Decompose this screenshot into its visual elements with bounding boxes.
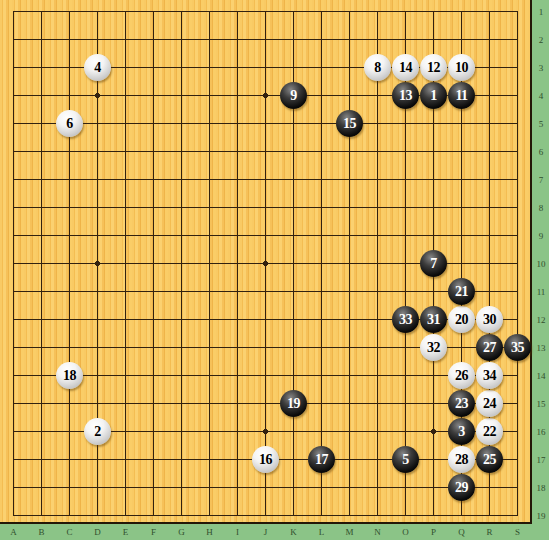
move-number: 22 (483, 425, 496, 439)
column-label-K: K (290, 527, 297, 537)
move-number: 3 (458, 425, 465, 439)
column-label-H: H (206, 527, 213, 537)
stone-white-6[interactable]: 6 (56, 110, 83, 137)
stone-white-12[interactable]: 12 (420, 54, 447, 81)
stone-white-16[interactable]: 16 (252, 446, 279, 473)
go-diagram: 1234567891011121314151617181920212223242… (0, 0, 549, 540)
stone-black-21[interactable]: 21 (448, 278, 475, 305)
stone-black-25[interactable]: 25 (476, 446, 503, 473)
stone-black-15[interactable]: 15 (336, 110, 363, 137)
move-number: 10 (455, 61, 468, 75)
move-number: 19 (287, 397, 300, 411)
move-number: 13 (399, 89, 412, 103)
stone-black-35[interactable]: 35 (504, 334, 531, 361)
row-label-18: 18 (533, 483, 549, 493)
move-number: 5 (402, 453, 409, 467)
stone-white-4[interactable]: 4 (84, 54, 111, 81)
stone-black-19[interactable]: 19 (280, 390, 307, 417)
star-point (95, 261, 100, 266)
row-label-3: 3 (533, 63, 549, 73)
row-label-16: 16 (533, 427, 549, 437)
stone-white-32[interactable]: 32 (420, 334, 447, 361)
column-label-E: E (123, 527, 129, 537)
move-number: 4 (94, 61, 101, 75)
move-number: 8 (374, 61, 381, 75)
column-label-J: J (264, 527, 268, 537)
move-number: 21 (455, 285, 468, 299)
row-label-15: 15 (533, 399, 549, 409)
stone-white-8[interactable]: 8 (364, 54, 391, 81)
stone-white-10[interactable]: 10 (448, 54, 475, 81)
column-label-O: O (402, 527, 409, 537)
move-number: 12 (427, 61, 440, 75)
column-label-D: D (94, 527, 101, 537)
move-number: 27 (483, 341, 496, 355)
stone-black-27[interactable]: 27 (476, 334, 503, 361)
move-number: 11 (455, 89, 467, 103)
row-label-11: 11 (533, 287, 549, 297)
column-label-Q: Q (458, 527, 465, 537)
column-label-A: A (10, 527, 17, 537)
column-label-B: B (38, 527, 44, 537)
stone-black-23[interactable]: 23 (448, 390, 475, 417)
stone-white-30[interactable]: 30 (476, 306, 503, 333)
move-number: 18 (63, 369, 76, 383)
row-label-2: 2 (533, 35, 549, 45)
move-number: 23 (455, 397, 468, 411)
stone-black-3[interactable]: 3 (448, 418, 475, 445)
row-label-4: 4 (533, 91, 549, 101)
row-label-5: 5 (533, 119, 549, 129)
stone-black-1[interactable]: 1 (420, 82, 447, 109)
column-label-I: I (236, 527, 239, 537)
column-label-C: C (66, 527, 72, 537)
move-number: 1 (430, 89, 437, 103)
row-label-6: 6 (533, 147, 549, 157)
star-point (263, 261, 268, 266)
stone-black-5[interactable]: 5 (392, 446, 419, 473)
move-number: 17 (315, 453, 328, 467)
stone-white-26[interactable]: 26 (448, 362, 475, 389)
column-label-S: S (515, 527, 520, 537)
column-label-N: N (374, 527, 381, 537)
column-label-R: R (486, 527, 492, 537)
column-label-M: M (345, 527, 353, 537)
column-label-F: F (151, 527, 156, 537)
move-number: 28 (455, 453, 468, 467)
star-point (263, 429, 268, 434)
stone-black-17[interactable]: 17 (308, 446, 335, 473)
row-label-9: 9 (533, 231, 549, 241)
star-point (263, 93, 268, 98)
star-point (431, 429, 436, 434)
row-label-13: 13 (533, 343, 549, 353)
stone-white-22[interactable]: 22 (476, 418, 503, 445)
move-number: 30 (483, 313, 496, 327)
stone-black-11[interactable]: 11 (448, 82, 475, 109)
stone-white-34[interactable]: 34 (476, 362, 503, 389)
move-number: 24 (483, 397, 496, 411)
row-label-8: 8 (533, 203, 549, 213)
move-number: 32 (427, 341, 440, 355)
move-number: 7 (430, 257, 437, 271)
stone-white-20[interactable]: 20 (448, 306, 475, 333)
row-label-10: 10 (533, 259, 549, 269)
move-number: 20 (455, 313, 468, 327)
move-number: 16 (259, 453, 272, 467)
star-point (95, 93, 100, 98)
column-label-P: P (431, 527, 436, 537)
stone-black-9[interactable]: 9 (280, 82, 307, 109)
move-number: 34 (483, 369, 496, 383)
move-number: 35 (511, 341, 524, 355)
column-label-G: G (178, 527, 185, 537)
row-label-14: 14 (533, 371, 549, 381)
stone-white-18[interactable]: 18 (56, 362, 83, 389)
stone-white-28[interactable]: 28 (448, 446, 475, 473)
move-number: 14 (399, 61, 412, 75)
stone-white-24[interactable]: 24 (476, 390, 503, 417)
row-label-7: 7 (533, 175, 549, 185)
move-number: 15 (343, 117, 356, 131)
stone-black-29[interactable]: 29 (448, 474, 475, 501)
stone-black-31[interactable]: 31 (420, 306, 447, 333)
row-label-17: 17 (533, 455, 549, 465)
row-label-1: 1 (533, 7, 549, 17)
move-number: 33 (399, 313, 412, 327)
move-number: 31 (427, 313, 440, 327)
stone-black-33[interactable]: 33 (392, 306, 419, 333)
column-label-L: L (319, 527, 325, 537)
stone-black-7[interactable]: 7 (420, 250, 447, 277)
stone-black-13[interactable]: 13 (392, 82, 419, 109)
move-number: 29 (455, 481, 468, 495)
row-label-19: 19 (533, 511, 549, 521)
move-number: 25 (483, 453, 496, 467)
move-number: 2 (94, 425, 101, 439)
move-number: 26 (455, 369, 468, 383)
stone-white-2[interactable]: 2 (84, 418, 111, 445)
stone-white-14[interactable]: 14 (392, 54, 419, 81)
move-number: 9 (290, 89, 297, 103)
row-label-12: 12 (533, 315, 549, 325)
move-number: 6 (66, 117, 73, 131)
